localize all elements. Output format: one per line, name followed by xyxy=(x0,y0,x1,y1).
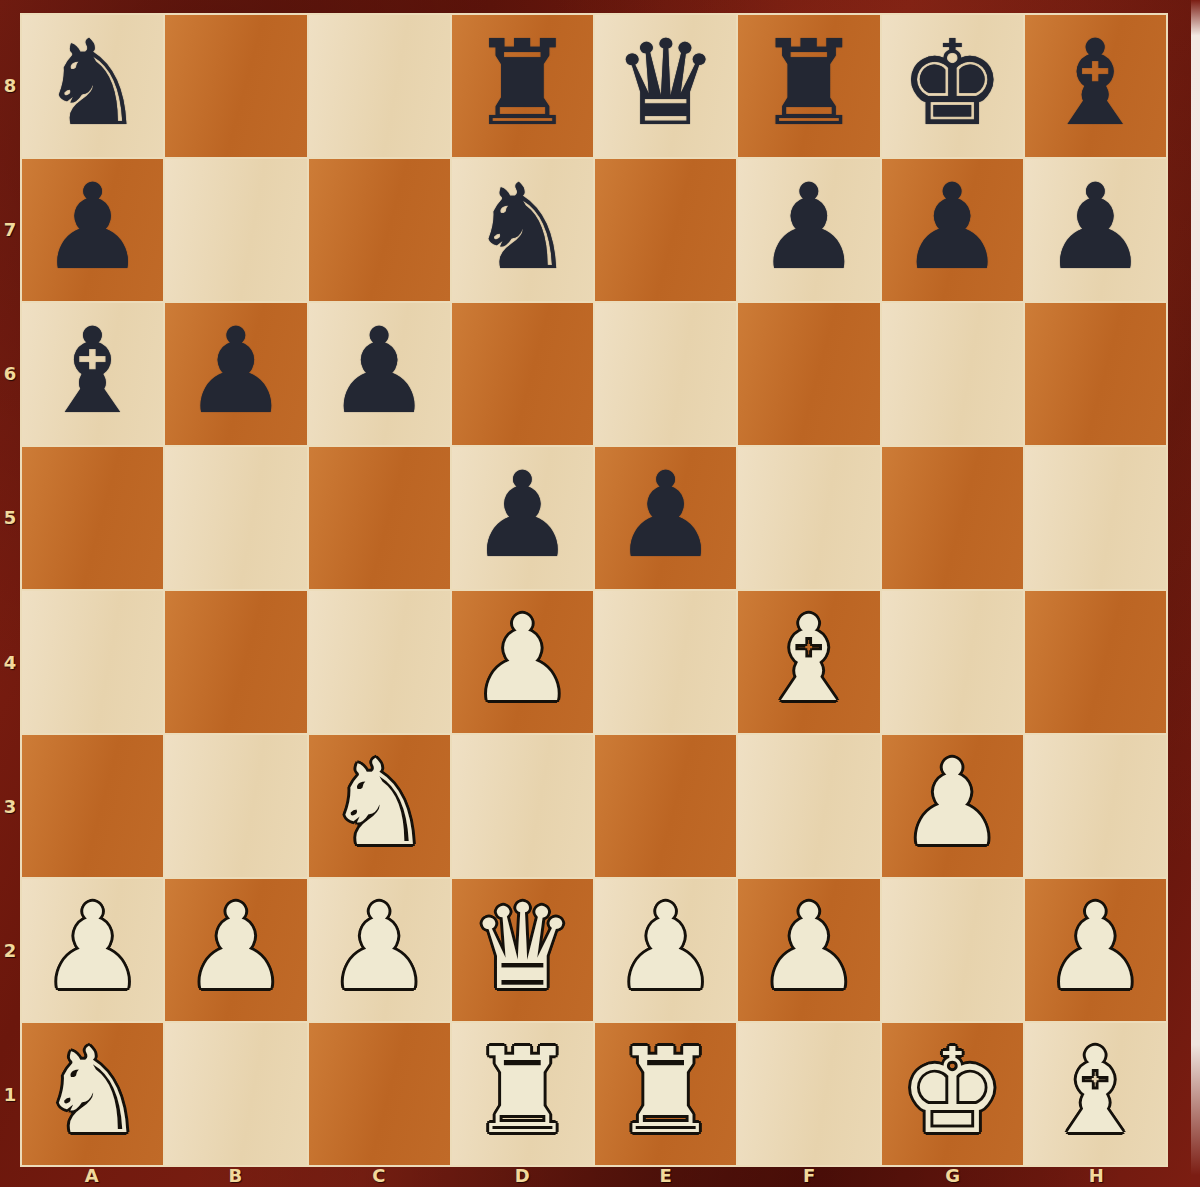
rank-label-7: 7 xyxy=(0,157,20,301)
square-g4[interactable] xyxy=(882,591,1023,733)
piece-black-pawn[interactable]: ♟︎ xyxy=(756,168,862,286)
square-e2[interactable]: ♟︎ xyxy=(595,879,736,1021)
square-g6[interactable] xyxy=(882,303,1023,445)
square-b1[interactable] xyxy=(165,1023,306,1165)
square-h1[interactable]: ♝︎ xyxy=(1025,1023,1166,1165)
square-h4[interactable] xyxy=(1025,591,1166,733)
square-d1[interactable]: ♜︎ xyxy=(452,1023,593,1165)
square-c1[interactable] xyxy=(309,1023,450,1165)
piece-white-knight[interactable]: ♞︎ xyxy=(40,1032,146,1150)
piece-white-pawn[interactable]: ♟︎ xyxy=(899,744,1005,862)
piece-black-pawn[interactable]: ♟︎ xyxy=(1042,168,1148,286)
rank-label-8: 8 xyxy=(0,13,20,157)
square-c3[interactable]: ♞︎ xyxy=(309,735,450,877)
square-g8[interactable]: ♚︎ xyxy=(882,15,1023,157)
square-h8[interactable]: ♝︎ xyxy=(1025,15,1166,157)
square-g2[interactable] xyxy=(882,879,1023,1021)
piece-black-pawn[interactable]: ♟︎ xyxy=(40,168,146,286)
square-b8[interactable] xyxy=(165,15,306,157)
piece-black-bishop[interactable]: ♝︎ xyxy=(1042,24,1148,142)
square-e4[interactable] xyxy=(595,591,736,733)
square-e6[interactable] xyxy=(595,303,736,445)
rank-label-2: 2 xyxy=(0,879,20,1023)
square-f5[interactable] xyxy=(738,447,879,589)
square-h6[interactable] xyxy=(1025,303,1166,445)
piece-black-bishop[interactable]: ♝︎ xyxy=(40,312,146,430)
file-label-c: C xyxy=(307,1165,451,1186)
square-b3[interactable] xyxy=(165,735,306,877)
piece-black-rook[interactable]: ♜︎ xyxy=(756,24,862,142)
square-c6[interactable]: ♟︎ xyxy=(309,303,450,445)
square-a3[interactable] xyxy=(22,735,163,877)
piece-white-king[interactable]: ♚︎ xyxy=(899,1032,1005,1150)
square-f7[interactable]: ♟︎ xyxy=(738,159,879,301)
square-a5[interactable] xyxy=(22,447,163,589)
square-f3[interactable] xyxy=(738,735,879,877)
square-b6[interactable]: ♟︎ xyxy=(165,303,306,445)
square-c5[interactable] xyxy=(309,447,450,589)
file-label-b: B xyxy=(164,1165,308,1186)
piece-black-pawn[interactable]: ♟︎ xyxy=(326,312,432,430)
file-labels: ABCDEFGH xyxy=(20,1165,1168,1186)
piece-white-pawn[interactable]: ♟︎ xyxy=(40,888,146,1006)
file-label-e: E xyxy=(594,1165,738,1186)
square-g1[interactable]: ♚︎ xyxy=(882,1023,1023,1165)
square-e7[interactable] xyxy=(595,159,736,301)
piece-black-knight[interactable]: ♞︎ xyxy=(469,168,575,286)
square-d8[interactable]: ♜︎ xyxy=(452,15,593,157)
square-h5[interactable] xyxy=(1025,447,1166,589)
square-g7[interactable]: ♟︎ xyxy=(882,159,1023,301)
piece-black-queen[interactable]: ♛︎ xyxy=(613,24,719,142)
square-d5[interactable]: ♟︎ xyxy=(452,447,593,589)
rank-label-5: 5 xyxy=(0,446,20,590)
piece-white-bishop[interactable]: ♝︎ xyxy=(1042,1032,1148,1150)
piece-white-pawn[interactable]: ♟︎ xyxy=(1042,888,1148,1006)
piece-black-pawn[interactable]: ♟︎ xyxy=(613,456,719,574)
square-a8[interactable]: ♞︎ xyxy=(22,15,163,157)
rank-labels: 87654321 xyxy=(0,13,20,1167)
square-c8[interactable] xyxy=(309,15,450,157)
piece-white-knight[interactable]: ♞︎ xyxy=(326,744,432,862)
square-a1[interactable]: ♞︎ xyxy=(22,1023,163,1165)
piece-white-queen[interactable]: ♛︎ xyxy=(469,888,575,1006)
square-a2[interactable]: ♟︎ xyxy=(22,879,163,1021)
square-g5[interactable] xyxy=(882,447,1023,589)
piece-black-rook[interactable]: ♜︎ xyxy=(469,24,575,142)
square-h3[interactable] xyxy=(1025,735,1166,877)
right-edge-highlight xyxy=(1191,0,1200,1187)
square-h7[interactable]: ♟︎ xyxy=(1025,159,1166,301)
piece-black-king[interactable]: ♚︎ xyxy=(899,24,1005,142)
square-b7[interactable] xyxy=(165,159,306,301)
square-f2[interactable]: ♟︎ xyxy=(738,879,879,1021)
square-d7[interactable]: ♞︎ xyxy=(452,159,593,301)
board-frame: 87654321 ♞︎♜︎♛︎♜︎♚︎♝︎♟︎♞︎♟︎♟︎♟︎♝︎♟︎♟︎♟︎♟… xyxy=(0,0,1200,1187)
rank-label-6: 6 xyxy=(0,302,20,446)
file-label-f: F xyxy=(738,1165,882,1186)
square-b5[interactable] xyxy=(165,447,306,589)
square-d2[interactable]: ♛︎ xyxy=(452,879,593,1021)
piece-white-pawn[interactable]: ♟︎ xyxy=(613,888,719,1006)
square-f4[interactable]: ♝︎ xyxy=(738,591,879,733)
square-a6[interactable]: ♝︎ xyxy=(22,303,163,445)
piece-white-bishop[interactable]: ♝︎ xyxy=(756,600,862,718)
file-label-g: G xyxy=(881,1165,1025,1186)
square-e3[interactable] xyxy=(595,735,736,877)
piece-black-pawn[interactable]: ♟︎ xyxy=(899,168,1005,286)
file-label-h: H xyxy=(1025,1165,1169,1186)
piece-white-pawn[interactable]: ♟︎ xyxy=(326,888,432,1006)
square-f8[interactable]: ♜︎ xyxy=(738,15,879,157)
square-c7[interactable] xyxy=(309,159,450,301)
square-f6[interactable] xyxy=(738,303,879,445)
square-d3[interactable] xyxy=(452,735,593,877)
square-b4[interactable] xyxy=(165,591,306,733)
square-h2[interactable]: ♟︎ xyxy=(1025,879,1166,1021)
square-a4[interactable] xyxy=(22,591,163,733)
square-d4[interactable]: ♟︎ xyxy=(452,591,593,733)
piece-black-knight[interactable]: ♞︎ xyxy=(40,24,146,142)
square-g3[interactable]: ♟︎ xyxy=(882,735,1023,877)
piece-white-pawn[interactable]: ♟︎ xyxy=(183,888,289,1006)
piece-white-pawn[interactable]: ♟︎ xyxy=(469,600,575,718)
square-e1[interactable]: ♜︎ xyxy=(595,1023,736,1165)
square-e5[interactable]: ♟︎ xyxy=(595,447,736,589)
piece-black-pawn[interactable]: ♟︎ xyxy=(469,456,575,574)
rank-label-3: 3 xyxy=(0,734,20,878)
square-d6[interactable] xyxy=(452,303,593,445)
piece-white-rook[interactable]: ♜︎ xyxy=(469,1032,575,1150)
piece-white-rook[interactable]: ♜︎ xyxy=(613,1032,719,1150)
piece-white-pawn[interactable]: ♟︎ xyxy=(756,888,862,1006)
square-c4[interactable] xyxy=(309,591,450,733)
chess-board: ♞︎♜︎♛︎♜︎♚︎♝︎♟︎♞︎♟︎♟︎♟︎♝︎♟︎♟︎♟︎♟︎♟︎♝︎♞︎♟︎… xyxy=(20,13,1168,1167)
square-f1[interactable] xyxy=(738,1023,879,1165)
square-c2[interactable]: ♟︎ xyxy=(309,879,450,1021)
square-e8[interactable]: ♛︎ xyxy=(595,15,736,157)
file-label-a: A xyxy=(20,1165,164,1186)
square-b2[interactable]: ♟︎ xyxy=(165,879,306,1021)
rank-label-4: 4 xyxy=(0,590,20,734)
rank-label-1: 1 xyxy=(0,1023,20,1167)
file-label-d: D xyxy=(451,1165,595,1186)
piece-black-pawn[interactable]: ♟︎ xyxy=(183,312,289,430)
square-a7[interactable]: ♟︎ xyxy=(22,159,163,301)
